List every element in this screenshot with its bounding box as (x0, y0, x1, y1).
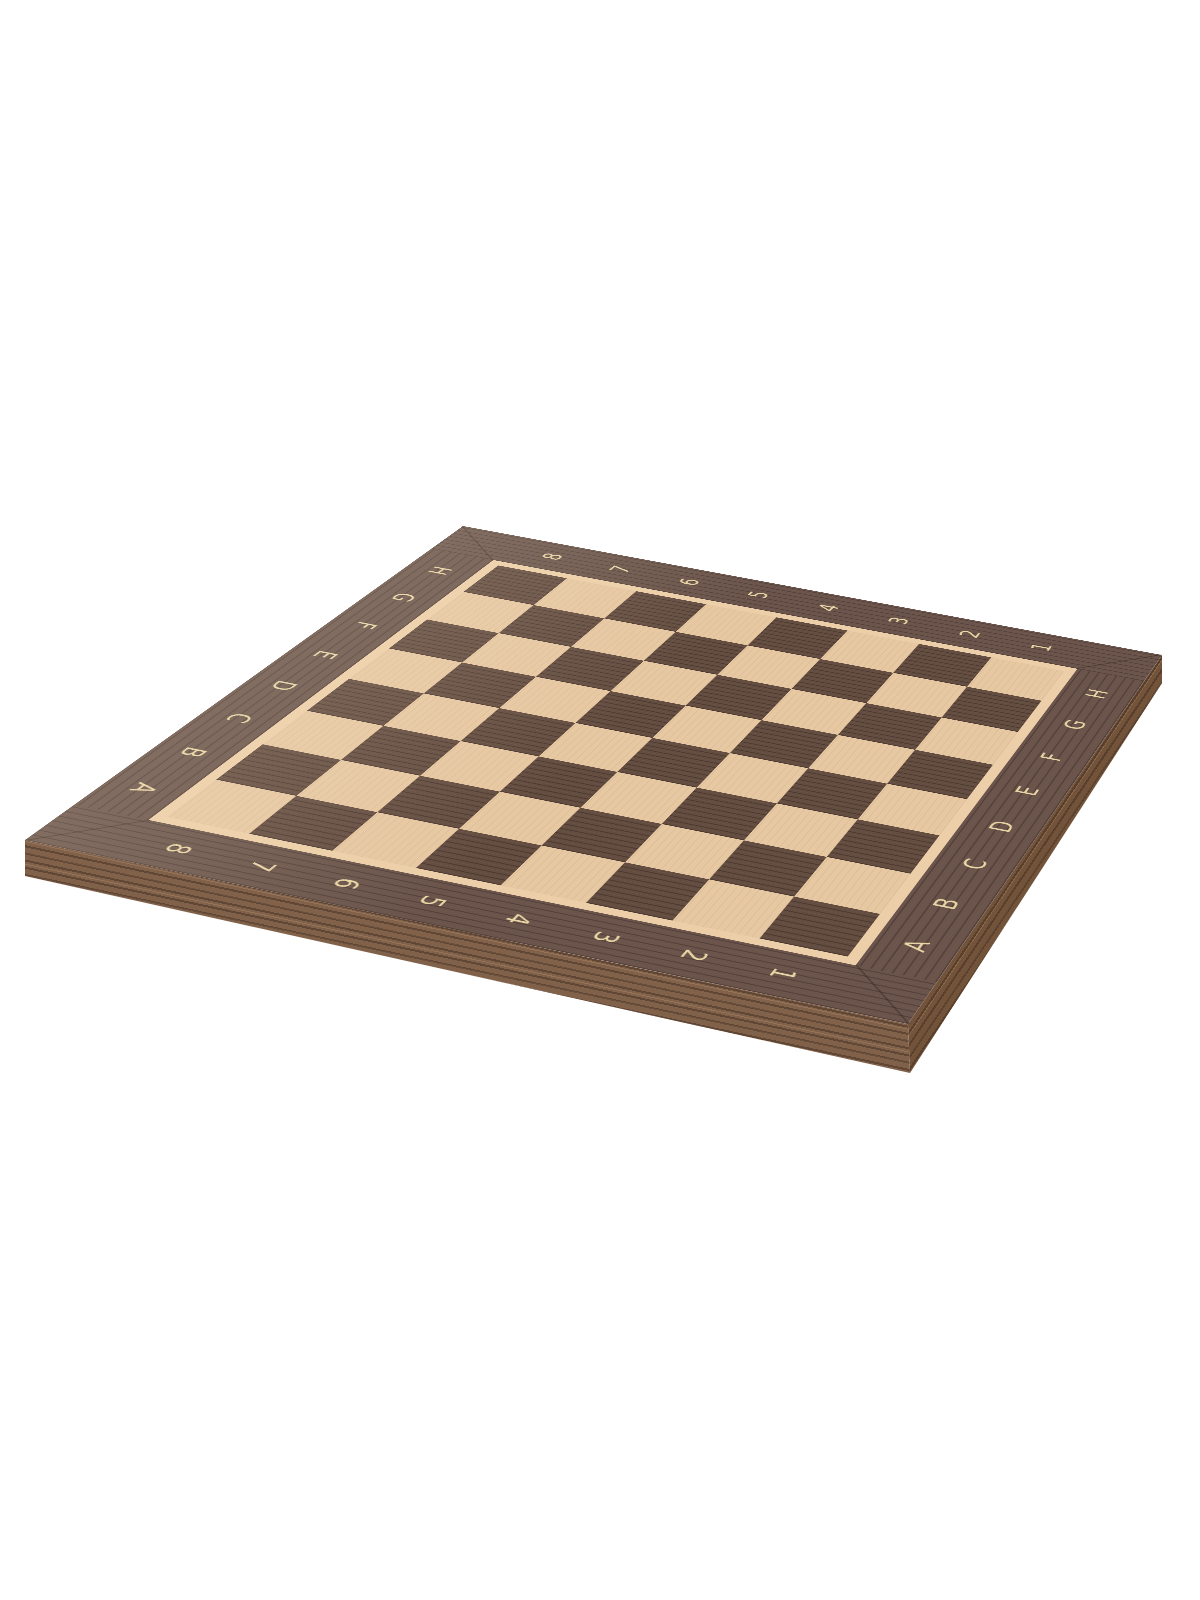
chessboard: AA88BB77CC66DD55EE44FF33GG22HH11 (25, 526, 1162, 1024)
product-photo-canvas: AA88BB77CC66DD55EE44FF33GG22HH11 (0, 0, 1200, 1600)
